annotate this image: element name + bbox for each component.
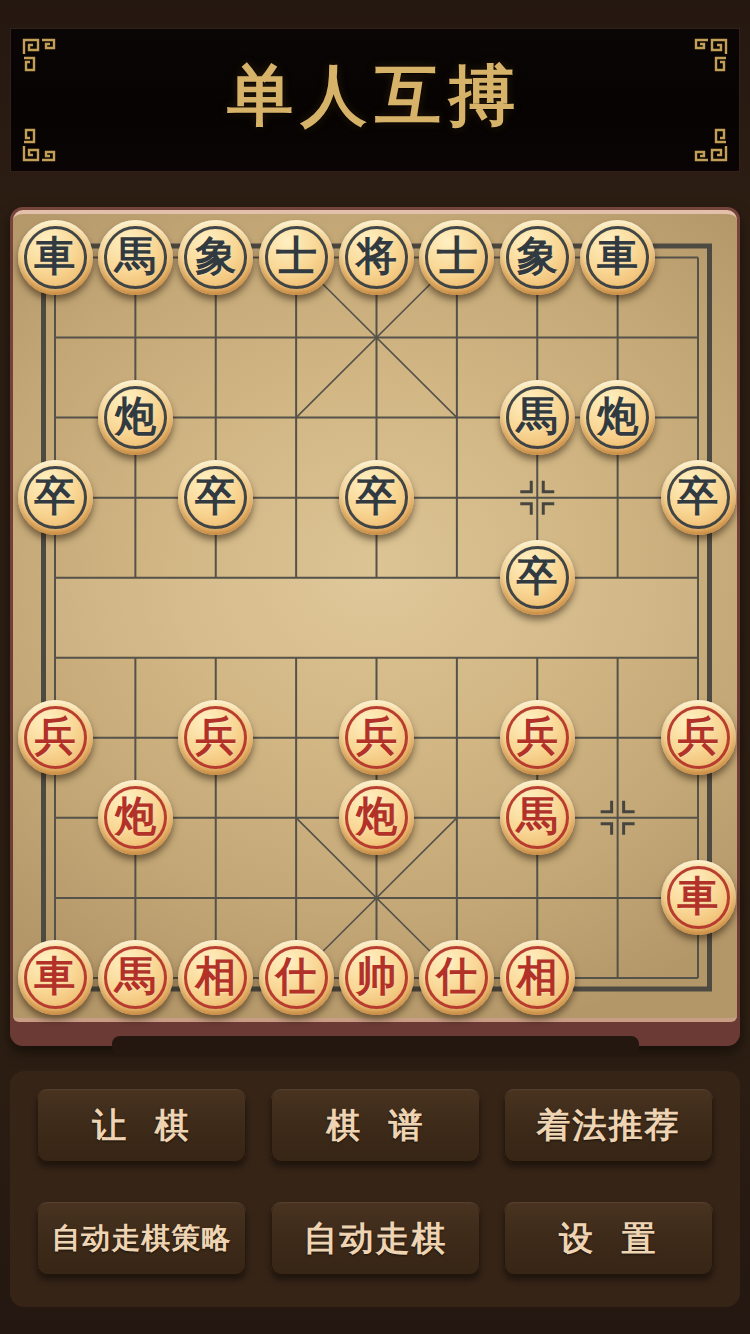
piece-black-pawn[interactable]: 卒 [661,460,736,535]
piece-black-horse[interactable]: 馬 [98,220,173,295]
piece-glyph: 卒 [18,460,93,535]
piece-glyph: 車 [580,220,655,295]
piece-glyph: 卒 [339,460,414,535]
piece-black-advisor[interactable]: 士 [419,220,494,295]
piece-glyph: 炮 [98,780,173,855]
piece-glyph: 馬 [98,940,173,1015]
piece-red-horse[interactable]: 馬 [98,940,173,1015]
piece-glyph: 車 [661,860,736,935]
piece-red-pawn[interactable]: 兵 [339,700,414,775]
piece-black-horse[interactable]: 馬 [500,380,575,455]
piece-red-cannon[interactable]: 炮 [98,780,173,855]
piece-red-pawn[interactable]: 兵 [18,700,93,775]
move-suggestion-button[interactable]: 着法推荐 [504,1089,713,1162]
game-record-button[interactable]: 棋 谱 [271,1089,480,1162]
piece-glyph: 卒 [500,540,575,615]
piece-glyph: 馬 [500,780,575,855]
piece-glyph: 仕 [419,940,494,1015]
piece-glyph: 卒 [178,460,253,535]
piece-glyph: 象 [178,220,253,295]
piece-glyph: 車 [18,940,93,1015]
piece-glyph: 兵 [339,700,414,775]
piece-glyph: 仕 [259,940,334,1015]
auto-move-strategy-button[interactable]: 自动走棋策略 [37,1202,246,1275]
title-panel: 单人互搏 [10,28,740,172]
piece-red-king[interactable]: 帅 [339,940,414,1015]
piece-black-elephant[interactable]: 象 [178,220,253,295]
piece-glyph: 馬 [98,220,173,295]
settings-button[interactable]: 设 置 [504,1202,713,1275]
piece-red-elephant[interactable]: 相 [178,940,253,1015]
piece-glyph: 卒 [661,460,736,535]
piece-glyph: 兵 [661,700,736,775]
auto-move-button[interactable]: 自动走棋 [271,1202,480,1275]
piece-black-pawn[interactable]: 卒 [500,540,575,615]
piece-black-cannon[interactable]: 炮 [580,380,655,455]
pieces-layer: 車馬象士将士象車炮馬炮卒卒卒卒卒兵兵兵兵兵炮炮馬車車馬相仕帅仕相 [10,207,740,1046]
piece-glyph: 車 [18,220,93,295]
piece-glyph: 兵 [178,700,253,775]
piece-red-advisor[interactable]: 仕 [259,940,334,1015]
piece-black-pawn[interactable]: 卒 [18,460,93,535]
controls-panel: 让 棋 棋 谱 着法推荐 自动走棋策略 自动走棋 设 置 [10,1071,740,1307]
piece-black-cannon[interactable]: 炮 [98,380,173,455]
piece-glyph: 将 [339,220,414,295]
piece-glyph: 士 [419,220,494,295]
piece-black-rook[interactable]: 車 [18,220,93,295]
piece-glyph: 相 [178,940,253,1015]
piece-glyph: 馬 [500,380,575,455]
piece-black-pawn[interactable]: 卒 [339,460,414,535]
page-title: 单人互搏 [11,51,739,141]
piece-red-pawn[interactable]: 兵 [661,700,736,775]
piece-red-rook[interactable]: 車 [661,860,736,935]
piece-glyph: 相 [500,940,575,1015]
piece-glyph: 兵 [500,700,575,775]
xiangqi-board[interactable]: 車馬象士将士象車炮馬炮卒卒卒卒卒兵兵兵兵兵炮炮馬車車馬相仕帅仕相 [10,207,740,1046]
piece-glyph: 士 [259,220,334,295]
piece-glyph: 兵 [18,700,93,775]
piece-red-cannon[interactable]: 炮 [339,780,414,855]
piece-red-rook[interactable]: 車 [18,940,93,1015]
handicap-button[interactable]: 让 棋 [37,1089,246,1162]
piece-red-elephant[interactable]: 相 [500,940,575,1015]
board-stand-shadow [112,1036,639,1056]
piece-black-rook[interactable]: 車 [580,220,655,295]
piece-black-elephant[interactable]: 象 [500,220,575,295]
piece-red-pawn[interactable]: 兵 [500,700,575,775]
piece-black-pawn[interactable]: 卒 [178,460,253,535]
piece-black-king[interactable]: 将 [339,220,414,295]
piece-glyph: 帅 [339,940,414,1015]
piece-black-advisor[interactable]: 士 [259,220,334,295]
piece-glyph: 炮 [580,380,655,455]
piece-glyph: 象 [500,220,575,295]
piece-glyph: 炮 [339,780,414,855]
piece-red-horse[interactable]: 馬 [500,780,575,855]
piece-red-advisor[interactable]: 仕 [419,940,494,1015]
piece-glyph: 炮 [98,380,173,455]
piece-red-pawn[interactable]: 兵 [178,700,253,775]
